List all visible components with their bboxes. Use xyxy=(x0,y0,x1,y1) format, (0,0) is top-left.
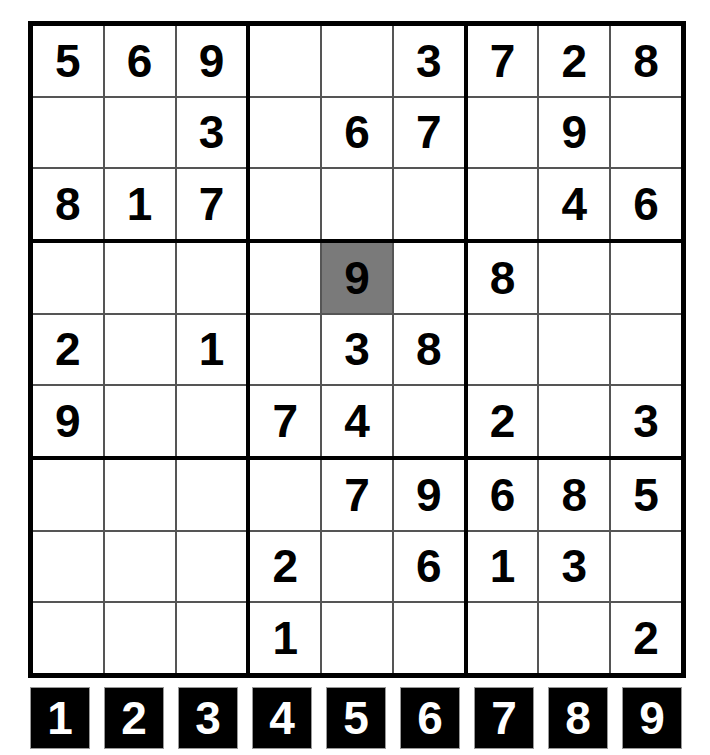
cell-r2c8[interactable]: 9 xyxy=(539,98,609,168)
cell-r9c8[interactable] xyxy=(539,603,609,673)
cell-r5c1[interactable]: 2 xyxy=(33,315,103,385)
cell-r6c2[interactable] xyxy=(105,386,175,456)
cell-r5c5[interactable]: 3 xyxy=(322,315,392,385)
cell-r2c4[interactable] xyxy=(250,98,320,168)
box-6: 823 xyxy=(468,243,681,456)
cell-r9c3[interactable] xyxy=(177,603,247,673)
cell-r9c1[interactable] xyxy=(33,603,103,673)
cell-r8c8[interactable]: 3 xyxy=(539,532,609,602)
box-3: 728946 xyxy=(468,26,681,239)
cell-r1c3[interactable]: 9 xyxy=(177,26,247,96)
cell-r2c7[interactable] xyxy=(468,98,538,168)
cell-r6c7[interactable]: 2 xyxy=(468,386,538,456)
cell-r7c1[interactable] xyxy=(33,460,103,530)
numpad-button-7[interactable]: 7 xyxy=(474,687,534,749)
cell-r1c7[interactable]: 7 xyxy=(468,26,538,96)
cell-r1c4[interactable] xyxy=(250,26,320,96)
cell-r3c7[interactable] xyxy=(468,169,538,239)
cell-r7c8[interactable]: 8 xyxy=(539,460,609,530)
cell-r8c2[interactable] xyxy=(105,532,175,602)
cell-r6c9[interactable]: 3 xyxy=(611,386,681,456)
cell-r1c9[interactable]: 8 xyxy=(611,26,681,96)
cell-r5c3[interactable]: 1 xyxy=(177,315,247,385)
cell-r7c7[interactable]: 6 xyxy=(468,460,538,530)
cell-r1c2[interactable]: 6 xyxy=(105,26,175,96)
cell-r2c9[interactable] xyxy=(611,98,681,168)
cell-r6c1[interactable]: 9 xyxy=(33,386,103,456)
cell-r9c9[interactable]: 2 xyxy=(611,603,681,673)
cell-r8c4[interactable]: 2 xyxy=(250,532,320,602)
numpad-button-2[interactable]: 2 xyxy=(104,687,164,749)
cell-r1c6[interactable]: 3 xyxy=(394,26,464,96)
cell-r9c4[interactable]: 1 xyxy=(250,603,320,673)
cell-r7c2[interactable] xyxy=(105,460,175,530)
cell-r3c8[interactable]: 4 xyxy=(539,169,609,239)
cell-r6c8[interactable] xyxy=(539,386,609,456)
cell-r8c7[interactable]: 1 xyxy=(468,532,538,602)
box-2: 367 xyxy=(250,26,463,239)
cell-r3c5[interactable] xyxy=(322,169,392,239)
cell-r8c6[interactable]: 6 xyxy=(394,532,464,602)
numpad-button-4[interactable]: 4 xyxy=(252,687,312,749)
box-5: 93874 xyxy=(250,243,463,456)
numpad-button-1[interactable]: 1 xyxy=(30,687,90,749)
sudoku-board: 56938173677289462199387482379261685132 xyxy=(28,21,686,678)
cell-r1c1[interactable]: 5 xyxy=(33,26,103,96)
cell-r3c6[interactable] xyxy=(394,169,464,239)
numpad-button-9[interactable]: 9 xyxy=(622,687,682,749)
cell-r7c5[interactable]: 7 xyxy=(322,460,392,530)
box-8: 79261 xyxy=(250,460,463,673)
cell-r9c7[interactable] xyxy=(468,603,538,673)
cell-r5c4[interactable] xyxy=(250,315,320,385)
cell-r3c9[interactable]: 6 xyxy=(611,169,681,239)
box-9: 685132 xyxy=(468,460,681,673)
cell-r6c5[interactable]: 4 xyxy=(322,386,392,456)
numpad-button-8[interactable]: 8 xyxy=(548,687,608,749)
cell-r4c9[interactable] xyxy=(611,243,681,313)
number-pad: 123456789 xyxy=(30,687,682,749)
cell-r4c3[interactable] xyxy=(177,243,247,313)
sudoku-app: 56938173677289462199387482379261685132 1… xyxy=(0,0,710,755)
cell-r6c3[interactable] xyxy=(177,386,247,456)
cell-r1c8[interactable]: 2 xyxy=(539,26,609,96)
cell-r7c6[interactable]: 9 xyxy=(394,460,464,530)
cell-r3c4[interactable] xyxy=(250,169,320,239)
cell-r2c2[interactable] xyxy=(105,98,175,168)
box-7 xyxy=(33,460,246,673)
cell-r5c2[interactable] xyxy=(105,315,175,385)
cell-r8c5[interactable] xyxy=(322,532,392,602)
cell-r5c6[interactable]: 8 xyxy=(394,315,464,385)
cell-r8c1[interactable] xyxy=(33,532,103,602)
cell-r1c5[interactable] xyxy=(322,26,392,96)
cell-r2c5[interactable]: 6 xyxy=(322,98,392,168)
cell-r5c9[interactable] xyxy=(611,315,681,385)
cell-r4c5[interactable]: 9 xyxy=(322,243,392,313)
cell-r8c3[interactable] xyxy=(177,532,247,602)
numpad-button-6[interactable]: 6 xyxy=(400,687,460,749)
box-1: 5693817 xyxy=(33,26,246,239)
cell-r7c3[interactable] xyxy=(177,460,247,530)
cell-r4c2[interactable] xyxy=(105,243,175,313)
cell-r4c6[interactable] xyxy=(394,243,464,313)
cell-r7c9[interactable]: 5 xyxy=(611,460,681,530)
cell-r5c7[interactable] xyxy=(468,315,538,385)
numpad-button-5[interactable]: 5 xyxy=(326,687,386,749)
cell-r5c8[interactable] xyxy=(539,315,609,385)
numpad-button-3[interactable]: 3 xyxy=(178,687,238,749)
cell-r4c8[interactable] xyxy=(539,243,609,313)
cell-r4c4[interactable] xyxy=(250,243,320,313)
cell-r9c2[interactable] xyxy=(105,603,175,673)
cell-r9c6[interactable] xyxy=(394,603,464,673)
cell-r6c4[interactable]: 7 xyxy=(250,386,320,456)
cell-r2c1[interactable] xyxy=(33,98,103,168)
cell-r3c1[interactable]: 8 xyxy=(33,169,103,239)
cell-r8c9[interactable] xyxy=(611,532,681,602)
cell-r3c3[interactable]: 7 xyxy=(177,169,247,239)
cell-r6c6[interactable] xyxy=(394,386,464,456)
cell-r9c5[interactable] xyxy=(322,603,392,673)
cell-r3c2[interactable]: 1 xyxy=(105,169,175,239)
cell-r7c4[interactable] xyxy=(250,460,320,530)
cell-r4c1[interactable] xyxy=(33,243,103,313)
box-4: 219 xyxy=(33,243,246,456)
cell-r2c3[interactable]: 3 xyxy=(177,98,247,168)
cell-r2c6[interactable]: 7 xyxy=(394,98,464,168)
cell-r4c7[interactable]: 8 xyxy=(468,243,538,313)
